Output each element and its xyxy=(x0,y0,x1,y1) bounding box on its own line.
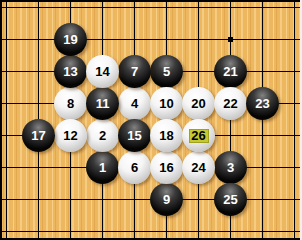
move-number: 14 xyxy=(95,55,109,88)
move-number: 16 xyxy=(159,151,173,184)
grid-vline xyxy=(6,0,7,240)
move-number: 22 xyxy=(223,87,237,120)
move-number: 23 xyxy=(255,87,269,120)
move-number: 19 xyxy=(63,23,77,56)
stone-9[interactable]: 9 xyxy=(150,183,183,216)
stone-1[interactable]: 1 xyxy=(86,151,119,184)
move-number: 13 xyxy=(63,55,77,88)
move-number: 24 xyxy=(191,151,205,184)
stone-23[interactable]: 23 xyxy=(246,87,279,120)
move-number: 18 xyxy=(159,119,173,152)
stone-3[interactable]: 3 xyxy=(214,151,247,184)
stone-4[interactable]: 4 xyxy=(118,87,151,120)
stone-21[interactable]: 21 xyxy=(214,55,247,88)
stone-17[interactable]: 17 xyxy=(22,119,55,152)
move-number: 5 xyxy=(163,55,170,88)
frame-border-right xyxy=(300,0,302,240)
stone-11[interactable]: 11 xyxy=(86,87,119,120)
grid-vline xyxy=(294,0,295,240)
grid-hline xyxy=(0,7,302,8)
frame-border-top xyxy=(0,0,302,2)
move-number: 1 xyxy=(99,151,106,184)
move-number: 8 xyxy=(67,87,74,120)
stone-26[interactable]: 26 xyxy=(182,119,215,152)
move-number: 17 xyxy=(31,119,45,152)
grid-hline xyxy=(0,231,302,232)
stone-24[interactable]: 24 xyxy=(182,151,215,184)
grid-hline xyxy=(0,39,302,40)
stone-15[interactable]: 15 xyxy=(118,119,151,152)
move-number: 6 xyxy=(131,151,138,184)
move-number: 7 xyxy=(131,55,138,88)
move-number: 26 xyxy=(191,119,205,152)
stone-5[interactable]: 5 xyxy=(150,55,183,88)
stone-7[interactable]: 7 xyxy=(118,55,151,88)
move-number: 4 xyxy=(131,87,138,120)
stone-19[interactable]: 19 xyxy=(54,23,87,56)
stone-16[interactable]: 16 xyxy=(150,151,183,184)
stone-14[interactable]: 14 xyxy=(86,55,119,88)
stone-18[interactable]: 18 xyxy=(150,119,183,152)
move-number: 25 xyxy=(223,183,237,216)
move-number: 3 xyxy=(227,151,234,184)
stone-20[interactable]: 20 xyxy=(182,87,215,120)
star-point xyxy=(228,37,233,42)
stone-6[interactable]: 6 xyxy=(118,151,151,184)
stone-12[interactable]: 12 xyxy=(54,119,87,152)
move-number: 10 xyxy=(159,87,173,120)
move-number: 9 xyxy=(163,183,170,216)
grid-vline xyxy=(262,0,263,240)
move-number: 20 xyxy=(191,87,205,120)
go-board-diagram: 1234567891011121314151617181920212223242… xyxy=(0,0,302,240)
move-number: 12 xyxy=(63,119,77,152)
move-number: 11 xyxy=(96,87,110,120)
stone-2[interactable]: 2 xyxy=(86,119,119,152)
stone-25[interactable]: 25 xyxy=(214,183,247,216)
move-number: 21 xyxy=(223,55,237,88)
stone-13[interactable]: 13 xyxy=(54,55,87,88)
frame-border-left xyxy=(0,0,2,240)
stone-22[interactable]: 22 xyxy=(214,87,247,120)
move-number: 2 xyxy=(99,119,106,152)
stone-10[interactable]: 10 xyxy=(150,87,183,120)
move-number: 15 xyxy=(127,119,141,152)
stone-8[interactable]: 8 xyxy=(54,87,87,120)
